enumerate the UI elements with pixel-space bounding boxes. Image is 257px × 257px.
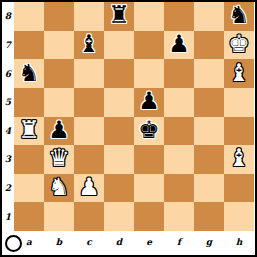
file-label-a: a <box>26 237 32 247</box>
white-knight[interactable]: ♞ <box>48 175 70 199</box>
square-e4[interactable]: ♚ <box>134 117 164 146</box>
file-labels: abcdefgh <box>14 233 254 251</box>
square-e7[interactable] <box>134 31 164 60</box>
square-h8[interactable]: ♞ <box>224 2 254 31</box>
square-e5[interactable]: ♟ <box>134 88 164 117</box>
square-b8[interactable] <box>44 2 74 31</box>
file-label-h: h <box>236 237 243 247</box>
square-a4[interactable]: ♜ <box>14 117 44 146</box>
square-h7[interactable]: ♚ <box>224 31 254 60</box>
square-g2[interactable] <box>194 174 224 203</box>
black-bishop[interactable]: ♝ <box>78 32 100 56</box>
chess-diagram: ♜♞♝♟♚♞♝♟♜♟♚♛♝♞♟ 87654321 abcdefgh <box>0 0 257 257</box>
rank-label-3: 3 <box>5 154 11 164</box>
square-a8[interactable] <box>14 2 44 31</box>
square-d3[interactable] <box>104 145 134 174</box>
square-h4[interactable] <box>224 117 254 146</box>
square-g1[interactable] <box>194 202 224 231</box>
square-b7[interactable] <box>44 31 74 60</box>
file-label-f: f <box>177 237 181 247</box>
black-king[interactable]: ♚ <box>138 118 160 142</box>
white-pawn[interactable]: ♟ <box>78 175 100 199</box>
square-c4[interactable] <box>74 117 104 146</box>
square-h5[interactable] <box>224 88 254 117</box>
square-c7[interactable]: ♝ <box>74 31 104 60</box>
rank-label-5: 5 <box>5 97 11 107</box>
chess-board: ♜♞♝♟♚♞♝♟♜♟♚♛♝♞♟ <box>14 2 254 231</box>
square-a5[interactable] <box>14 88 44 117</box>
square-h2[interactable] <box>224 174 254 203</box>
square-h3[interactable]: ♝ <box>224 145 254 174</box>
black-pawn[interactable]: ♟ <box>168 32 190 56</box>
square-g7[interactable] <box>194 31 224 60</box>
black-knight[interactable]: ♞ <box>18 61 40 85</box>
square-g6[interactable] <box>194 59 224 88</box>
square-c3[interactable] <box>74 145 104 174</box>
square-f6[interactable] <box>164 59 194 88</box>
square-b5[interactable] <box>44 88 74 117</box>
square-b4[interactable]: ♟ <box>44 117 74 146</box>
rank-label-6: 6 <box>5 69 11 79</box>
square-d4[interactable] <box>104 117 134 146</box>
square-a7[interactable] <box>14 31 44 60</box>
square-d6[interactable] <box>104 59 134 88</box>
side-to-move-indicator <box>5 235 22 252</box>
square-f3[interactable] <box>164 145 194 174</box>
square-c8[interactable] <box>74 2 104 31</box>
black-pawn[interactable]: ♟ <box>138 89 160 113</box>
square-c5[interactable] <box>74 88 104 117</box>
rank-label-4: 4 <box>5 126 11 136</box>
square-d8[interactable]: ♜ <box>104 2 134 31</box>
square-d1[interactable] <box>104 202 134 231</box>
white-queen[interactable]: ♛ <box>48 146 70 170</box>
square-e6[interactable] <box>134 59 164 88</box>
rank-labels: 87654321 <box>2 2 14 231</box>
square-f5[interactable] <box>164 88 194 117</box>
square-e3[interactable] <box>134 145 164 174</box>
square-c2[interactable]: ♟ <box>74 174 104 203</box>
white-bishop[interactable]: ♝ <box>228 146 250 170</box>
rank-label-8: 8 <box>5 11 11 21</box>
rank-label-7: 7 <box>5 40 11 50</box>
square-f8[interactable] <box>164 2 194 31</box>
square-a2[interactable] <box>14 174 44 203</box>
file-label-b: b <box>56 237 62 247</box>
black-knight[interactable]: ♞ <box>228 3 250 27</box>
square-d7[interactable] <box>104 31 134 60</box>
square-c1[interactable] <box>74 202 104 231</box>
white-king[interactable]: ♚ <box>228 32 250 56</box>
square-e8[interactable] <box>134 2 164 31</box>
white-rook[interactable]: ♜ <box>18 118 40 142</box>
square-g3[interactable] <box>194 145 224 174</box>
square-g5[interactable] <box>194 88 224 117</box>
square-c6[interactable] <box>74 59 104 88</box>
square-g8[interactable] <box>194 2 224 31</box>
square-e1[interactable] <box>134 202 164 231</box>
square-a1[interactable] <box>14 202 44 231</box>
square-f2[interactable] <box>164 174 194 203</box>
black-pawn[interactable]: ♟ <box>48 118 70 142</box>
file-label-d: d <box>116 237 122 247</box>
square-h1[interactable] <box>224 202 254 231</box>
file-label-e: e <box>146 237 152 247</box>
square-f1[interactable] <box>164 202 194 231</box>
square-a6[interactable]: ♞ <box>14 59 44 88</box>
square-f4[interactable] <box>164 117 194 146</box>
rank-label-2: 2 <box>5 183 11 193</box>
file-label-c: c <box>86 237 91 247</box>
black-rook[interactable]: ♜ <box>108 3 130 27</box>
file-label-g: g <box>206 237 212 247</box>
square-b2[interactable]: ♞ <box>44 174 74 203</box>
square-a3[interactable] <box>14 145 44 174</box>
square-b6[interactable] <box>44 59 74 88</box>
square-d5[interactable] <box>104 88 134 117</box>
square-e2[interactable] <box>134 174 164 203</box>
square-f7[interactable]: ♟ <box>164 31 194 60</box>
square-b3[interactable]: ♛ <box>44 145 74 174</box>
white-bishop[interactable]: ♝ <box>228 61 250 85</box>
square-d2[interactable] <box>104 174 134 203</box>
square-h6[interactable]: ♝ <box>224 59 254 88</box>
square-b1[interactable] <box>44 202 74 231</box>
square-g4[interactable] <box>194 117 224 146</box>
rank-label-1: 1 <box>5 212 11 222</box>
